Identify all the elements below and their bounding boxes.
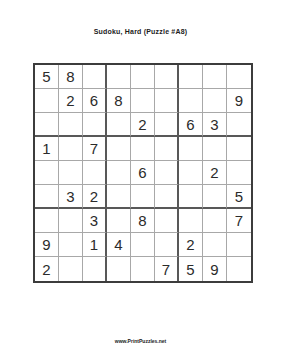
sudoku-cell-r9c6: 7 bbox=[155, 257, 179, 281]
sudoku-cell-r7c2 bbox=[59, 209, 83, 233]
sudoku-cell-r2c9: 9 bbox=[227, 89, 251, 113]
sudoku-cell-r8c8 bbox=[203, 233, 227, 257]
sudoku-cell-r9c5 bbox=[131, 257, 155, 281]
sudoku-cell-r6c3: 2 bbox=[83, 185, 107, 209]
sudoku-cell-r2c3: 6 bbox=[83, 89, 107, 113]
sudoku-cell-r6c1 bbox=[35, 185, 59, 209]
sudoku-cell-r8c2 bbox=[59, 233, 83, 257]
sudoku-cell-r8c7: 2 bbox=[179, 233, 203, 257]
sudoku-cell-r4c2 bbox=[59, 137, 83, 161]
sudoku-cell-r1c4 bbox=[107, 65, 131, 89]
sudoku-cell-r1c8 bbox=[203, 65, 227, 89]
sudoku-cell-r2c6 bbox=[155, 89, 179, 113]
sudoku-cell-r4c6 bbox=[155, 137, 179, 161]
sudoku-cell-r3c6 bbox=[155, 113, 179, 137]
sudoku-cell-r6c7 bbox=[179, 185, 203, 209]
sudoku-cell-r1c1: 5 bbox=[35, 65, 59, 89]
sudoku-cell-r9c1: 2 bbox=[35, 257, 59, 281]
sudoku-cell-r3c8: 3 bbox=[203, 113, 227, 137]
sudoku-cell-r4c1: 1 bbox=[35, 137, 59, 161]
sudoku-cell-r2c8 bbox=[203, 89, 227, 113]
sudoku-cell-r7c7 bbox=[179, 209, 203, 233]
sudoku-cell-r2c4: 8 bbox=[107, 89, 131, 113]
sudoku-cell-r8c5 bbox=[131, 233, 155, 257]
sudoku-cell-r4c3: 7 bbox=[83, 137, 107, 161]
sudoku-cell-r2c5 bbox=[131, 89, 155, 113]
sudoku-cell-r3c7: 6 bbox=[179, 113, 203, 137]
sudoku-board: 582689263176232538791422759 bbox=[33, 63, 253, 283]
sudoku-cell-r7c5: 8 bbox=[131, 209, 155, 233]
sudoku-cell-r3c1 bbox=[35, 113, 59, 137]
sudoku-cell-r7c1 bbox=[35, 209, 59, 233]
sudoku-cell-r4c4 bbox=[107, 137, 131, 161]
sudoku-cell-r9c3 bbox=[83, 257, 107, 281]
sudoku-cell-r7c4 bbox=[107, 209, 131, 233]
sudoku-cell-r6c4 bbox=[107, 185, 131, 209]
sudoku-cell-r9c7: 5 bbox=[179, 257, 203, 281]
sudoku-cell-r1c3 bbox=[83, 65, 107, 89]
puzzle-title: Sudoku, Hard (Puzzle #A8) bbox=[0, 28, 281, 35]
sudoku-cell-r4c5 bbox=[131, 137, 155, 161]
sudoku-cell-r8c4: 4 bbox=[107, 233, 131, 257]
sudoku-cell-r4c9 bbox=[227, 137, 251, 161]
sudoku-cell-r8c6 bbox=[155, 233, 179, 257]
sudoku-cell-r2c1 bbox=[35, 89, 59, 113]
sudoku-cell-r5c9 bbox=[227, 161, 251, 185]
sudoku-cell-r4c7 bbox=[179, 137, 203, 161]
sudoku-cell-r7c9: 7 bbox=[227, 209, 251, 233]
sudoku-cell-r3c5: 2 bbox=[131, 113, 155, 137]
sudoku-cell-r5c1 bbox=[35, 161, 59, 185]
sudoku-cell-r6c6 bbox=[155, 185, 179, 209]
sudoku-cell-r5c6 bbox=[155, 161, 179, 185]
sudoku-cell-r6c8 bbox=[203, 185, 227, 209]
puzzle-page: Sudoku, Hard (Puzzle #A8) 58268926317623… bbox=[0, 0, 281, 363]
sudoku-cell-r1c2: 8 bbox=[59, 65, 83, 89]
sudoku-cell-r9c4 bbox=[107, 257, 131, 281]
sudoku-cell-r1c9 bbox=[227, 65, 251, 89]
sudoku-cell-r5c4 bbox=[107, 161, 131, 185]
sudoku-cell-r8c3: 1 bbox=[83, 233, 107, 257]
sudoku-cell-r5c8: 2 bbox=[203, 161, 227, 185]
sudoku-cell-r9c9 bbox=[227, 257, 251, 281]
sudoku-cell-r7c8 bbox=[203, 209, 227, 233]
sudoku-cell-r3c2 bbox=[59, 113, 83, 137]
sudoku-cell-r7c6 bbox=[155, 209, 179, 233]
sudoku-cell-r8c9 bbox=[227, 233, 251, 257]
sudoku-cell-r7c3: 3 bbox=[83, 209, 107, 233]
footer-url: www.PrintPuzzles.net bbox=[0, 338, 281, 344]
sudoku-cell-r9c8: 9 bbox=[203, 257, 227, 281]
sudoku-cell-r3c4 bbox=[107, 113, 131, 137]
sudoku-cell-r1c5 bbox=[131, 65, 155, 89]
sudoku-cell-r6c9: 5 bbox=[227, 185, 251, 209]
sudoku-cell-r5c2 bbox=[59, 161, 83, 185]
sudoku-cell-r2c7 bbox=[179, 89, 203, 113]
sudoku-cell-r6c2: 3 bbox=[59, 185, 83, 209]
sudoku-cell-r3c9 bbox=[227, 113, 251, 137]
sudoku-cell-r9c2 bbox=[59, 257, 83, 281]
sudoku-cell-r5c5: 6 bbox=[131, 161, 155, 185]
sudoku-cell-r2c2: 2 bbox=[59, 89, 83, 113]
sudoku-cell-r8c1: 9 bbox=[35, 233, 59, 257]
sudoku-cell-r6c5 bbox=[131, 185, 155, 209]
sudoku-cell-r1c7 bbox=[179, 65, 203, 89]
sudoku-cell-r5c7 bbox=[179, 161, 203, 185]
sudoku-cell-r4c8 bbox=[203, 137, 227, 161]
sudoku-cell-r1c6 bbox=[155, 65, 179, 89]
sudoku-cell-r3c3 bbox=[83, 113, 107, 137]
sudoku-cell-r5c3 bbox=[83, 161, 107, 185]
